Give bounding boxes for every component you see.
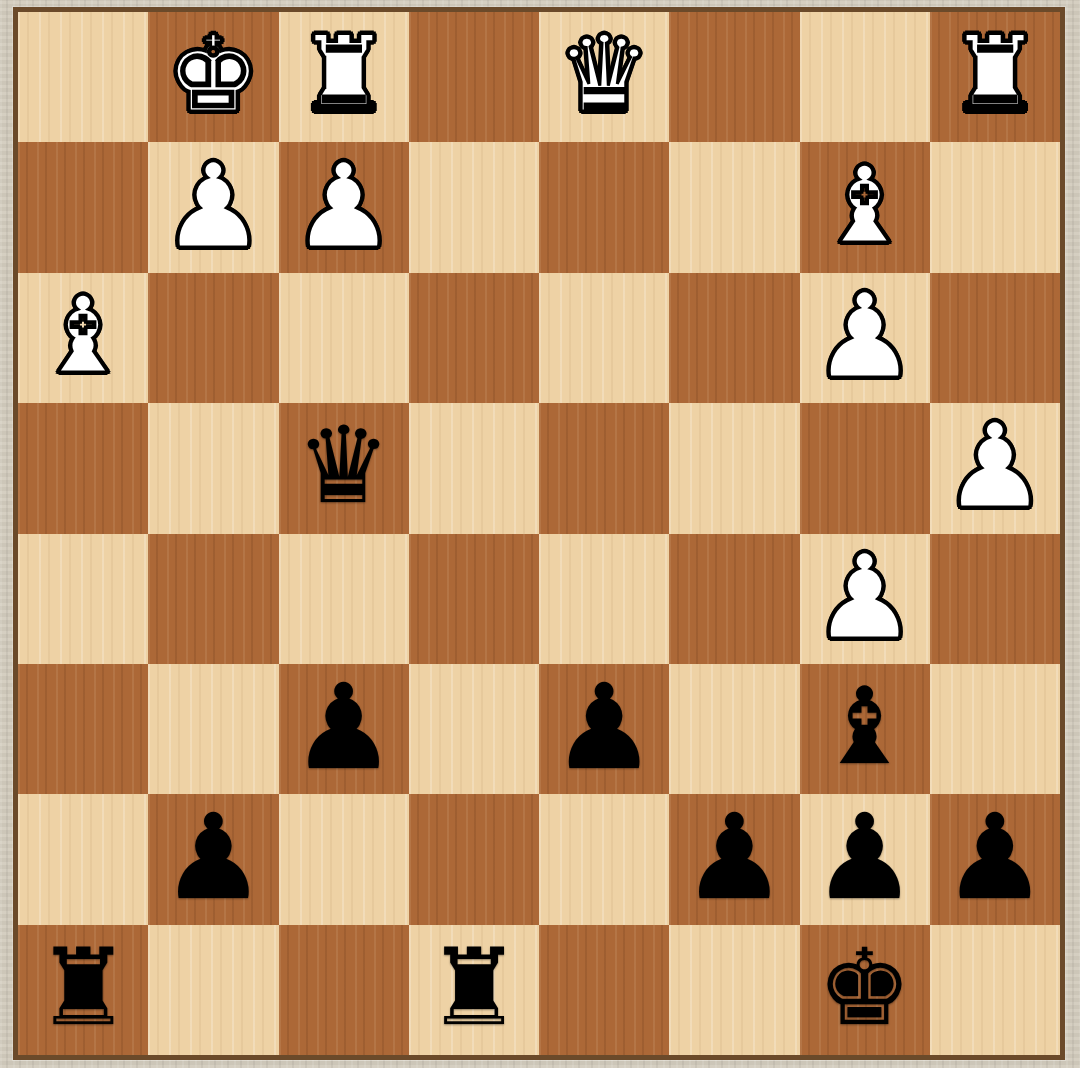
piece-black-pawn[interactable]: ♟ (812, 798, 918, 916)
square-f8[interactable] (669, 12, 799, 142)
square-g7[interactable]: ♝ (800, 142, 930, 272)
square-e2[interactable] (539, 794, 669, 924)
square-a1[interactable]: ♜ (18, 925, 148, 1055)
piece-black-pawn[interactable]: ♟ (160, 798, 266, 916)
square-a2[interactable] (18, 794, 148, 924)
piece-black-rook[interactable]: ♜ (36, 935, 131, 1041)
piece-black-pawn[interactable]: ♟ (942, 798, 1048, 916)
square-h4[interactable] (930, 534, 1060, 664)
square-c5[interactable]: ♛ (279, 403, 409, 533)
piece-black-pawn[interactable]: ♟ (551, 668, 657, 786)
piece-white-rook[interactable]: ♜ (296, 22, 391, 128)
piece-black-rook[interactable]: ♜ (426, 935, 521, 1041)
square-c7[interactable]: ♟ (279, 142, 409, 272)
square-f1[interactable] (669, 925, 799, 1055)
square-g2[interactable]: ♟ (800, 794, 930, 924)
square-e3[interactable]: ♟ (539, 664, 669, 794)
square-h7[interactable] (930, 142, 1060, 272)
square-d6[interactable] (409, 273, 539, 403)
square-g4[interactable]: ♟ (800, 534, 930, 664)
square-a8[interactable] (18, 12, 148, 142)
square-d3[interactable] (409, 664, 539, 794)
square-h8[interactable]: ♜ (930, 12, 1060, 142)
square-d4[interactable] (409, 534, 539, 664)
square-f3[interactable] (669, 664, 799, 794)
square-c1[interactable] (279, 925, 409, 1055)
piece-white-king[interactable]: ♚ (166, 22, 261, 128)
square-a4[interactable] (18, 534, 148, 664)
piece-white-rook[interactable]: ♜ (947, 22, 1042, 128)
square-h1[interactable] (930, 925, 1060, 1055)
square-f4[interactable] (669, 534, 799, 664)
piece-white-pawn[interactable]: ♟ (942, 407, 1048, 525)
square-f5[interactable] (669, 403, 799, 533)
square-a3[interactable] (18, 664, 148, 794)
square-d8[interactable] (409, 12, 539, 142)
square-g8[interactable] (800, 12, 930, 142)
square-b6[interactable] (148, 273, 278, 403)
square-b4[interactable] (148, 534, 278, 664)
square-d1[interactable]: ♜ (409, 925, 539, 1055)
square-e6[interactable] (539, 273, 669, 403)
square-b3[interactable] (148, 664, 278, 794)
chess-board[interactable]: ♚♜♛♜♟♟♝♝♟♛♟♟♟♟♝♟♟♟♟♜♜♚ (18, 12, 1060, 1055)
chess-board-frame: ♚♜♛♜♟♟♝♝♟♛♟♟♟♟♝♟♟♟♟♜♜♚ (13, 7, 1065, 1060)
square-e4[interactable] (539, 534, 669, 664)
square-d5[interactable] (409, 403, 539, 533)
square-g5[interactable] (800, 403, 930, 533)
square-d7[interactable] (409, 142, 539, 272)
square-h2[interactable]: ♟ (930, 794, 1060, 924)
square-h6[interactable] (930, 273, 1060, 403)
square-e8[interactable]: ♛ (539, 12, 669, 142)
square-c4[interactable] (279, 534, 409, 664)
square-a7[interactable] (18, 142, 148, 272)
square-b2[interactable]: ♟ (148, 794, 278, 924)
square-c8[interactable]: ♜ (279, 12, 409, 142)
square-e5[interactable] (539, 403, 669, 533)
piece-black-pawn[interactable]: ♟ (291, 668, 397, 786)
square-b8[interactable]: ♚ (148, 12, 278, 142)
square-c3[interactable]: ♟ (279, 664, 409, 794)
piece-black-queen[interactable]: ♛ (296, 413, 391, 519)
square-f2[interactable]: ♟ (669, 794, 799, 924)
piece-black-pawn[interactable]: ♟ (681, 798, 787, 916)
square-h5[interactable]: ♟ (930, 403, 1060, 533)
square-e1[interactable] (539, 925, 669, 1055)
piece-white-bishop[interactable]: ♝ (36, 283, 131, 389)
square-c6[interactable] (279, 273, 409, 403)
square-c2[interactable] (279, 794, 409, 924)
square-a6[interactable]: ♝ (18, 273, 148, 403)
square-g3[interactable]: ♝ (800, 664, 930, 794)
square-d2[interactable] (409, 794, 539, 924)
square-b7[interactable]: ♟ (148, 142, 278, 272)
piece-white-pawn[interactable]: ♟ (160, 147, 266, 265)
piece-white-queen[interactable]: ♛ (557, 22, 652, 128)
piece-black-bishop[interactable]: ♝ (817, 674, 912, 780)
piece-black-king[interactable]: ♚ (817, 935, 912, 1041)
square-f7[interactable] (669, 142, 799, 272)
square-h3[interactable] (930, 664, 1060, 794)
square-b1[interactable] (148, 925, 278, 1055)
square-g1[interactable]: ♚ (800, 925, 930, 1055)
square-f6[interactable] (669, 273, 799, 403)
square-g6[interactable]: ♟ (800, 273, 930, 403)
square-b5[interactable] (148, 403, 278, 533)
piece-white-pawn[interactable]: ♟ (812, 277, 918, 395)
piece-white-bishop[interactable]: ♝ (817, 153, 912, 259)
piece-white-pawn[interactable]: ♟ (812, 538, 918, 656)
square-a5[interactable] (18, 403, 148, 533)
square-e7[interactable] (539, 142, 669, 272)
piece-white-pawn[interactable]: ♟ (291, 147, 397, 265)
